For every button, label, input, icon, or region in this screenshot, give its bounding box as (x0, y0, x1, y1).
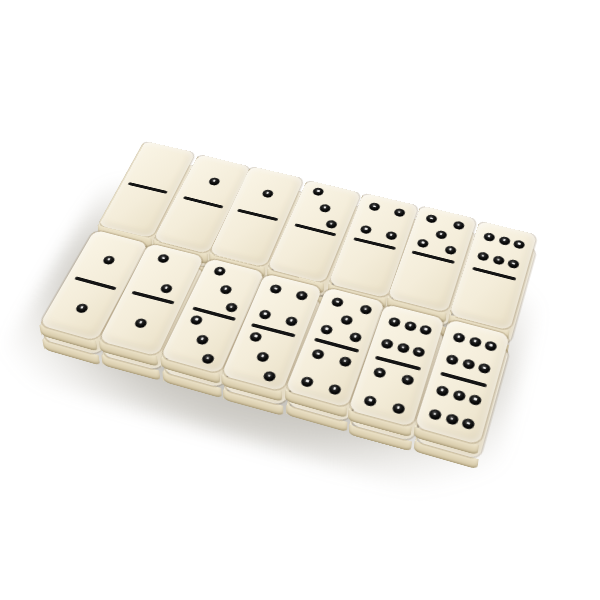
pip (258, 309, 272, 320)
pip (461, 358, 475, 370)
divider-line (131, 291, 175, 305)
pip (368, 202, 381, 212)
pip (339, 314, 353, 326)
pip (159, 283, 173, 294)
pip (468, 393, 482, 406)
tile-half-far (433, 320, 510, 387)
pip (156, 253, 170, 264)
pip (101, 254, 116, 265)
pip (300, 375, 315, 387)
pip (403, 320, 417, 332)
pip (484, 340, 498, 352)
pip (425, 214, 438, 224)
pip (348, 331, 362, 343)
pip (224, 302, 239, 313)
pip (324, 219, 337, 229)
pip (312, 187, 325, 197)
pip (513, 239, 526, 249)
pip (284, 315, 298, 326)
pip (412, 346, 426, 358)
pip (380, 338, 394, 350)
pip (434, 229, 447, 239)
pip (396, 342, 410, 354)
pip (261, 188, 274, 198)
pip (255, 350, 270, 362)
pip (338, 356, 353, 368)
pip (385, 230, 398, 240)
pip (476, 251, 489, 262)
pip (363, 394, 378, 407)
pip (218, 284, 232, 295)
pip (468, 336, 482, 348)
pip (294, 290, 308, 301)
pip (195, 333, 210, 345)
pip (452, 389, 466, 402)
domino-stack-group (39, 141, 537, 447)
pip (330, 297, 344, 308)
pip (318, 203, 331, 213)
divider-line (74, 276, 117, 290)
pip (200, 353, 215, 365)
divider-line (192, 306, 236, 321)
pip (452, 220, 465, 230)
pip (269, 284, 283, 295)
pip (400, 374, 414, 386)
pip (359, 304, 373, 315)
pip (74, 302, 89, 313)
pip (444, 245, 457, 256)
pip (391, 402, 406, 415)
pip (189, 314, 204, 326)
pip (373, 367, 387, 379)
divider-line (375, 356, 422, 371)
pip (492, 255, 505, 266)
pip (445, 354, 459, 366)
perspective-stage (0, 0, 600, 600)
pip (327, 383, 342, 396)
pip (507, 259, 520, 270)
pip (416, 238, 429, 248)
divider-line (251, 323, 296, 338)
divider-line (314, 338, 360, 353)
pip (461, 417, 476, 430)
pip (419, 324, 433, 336)
pip (498, 235, 511, 245)
pip (311, 349, 326, 361)
pip (477, 362, 491, 374)
pip (207, 176, 220, 186)
pip (387, 316, 401, 328)
pip (393, 208, 406, 218)
pip (360, 224, 373, 234)
pip (213, 266, 227, 277)
domino-set-photo (0, 0, 600, 600)
pip (444, 413, 459, 426)
pip (249, 331, 264, 343)
divider-line (440, 372, 487, 388)
tile-half-far (465, 221, 537, 280)
divider-line (472, 267, 517, 281)
pip (435, 385, 449, 398)
pip (428, 408, 443, 421)
pip (262, 370, 277, 382)
pip (483, 232, 496, 242)
pip (133, 317, 148, 329)
pip (320, 324, 334, 336)
pip (452, 332, 466, 344)
